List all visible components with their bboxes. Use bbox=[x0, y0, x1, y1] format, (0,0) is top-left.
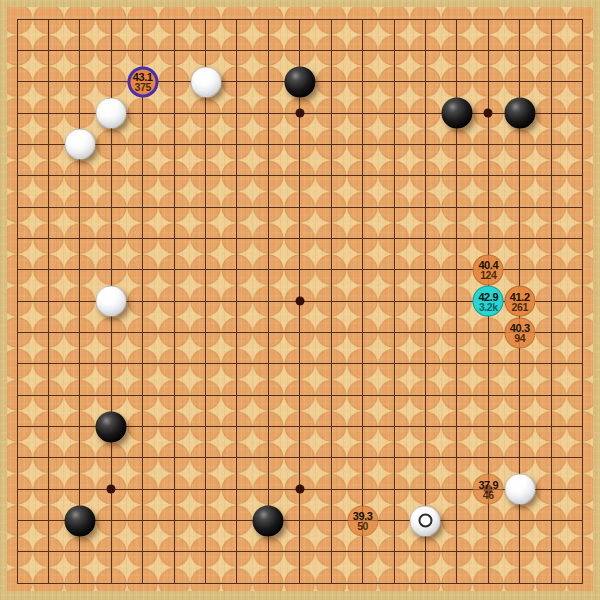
stone-black-J3 bbox=[253, 505, 284, 536]
grid-line-vertical bbox=[425, 19, 426, 583]
candidate-move-Q11[interactable]: 40.4124 bbox=[473, 254, 504, 285]
candidate-move-R10[interactable]: 41.2261 bbox=[504, 286, 535, 317]
candidate-move-stats: 39.350 bbox=[347, 505, 378, 536]
grid-line-horizontal bbox=[17, 395, 583, 396]
grid-line-horizontal bbox=[17, 457, 583, 458]
grid-line-horizontal bbox=[17, 520, 583, 521]
visits-value: 46 bbox=[483, 489, 494, 499]
candidate-move-M3[interactable]: 39.350 bbox=[347, 505, 378, 536]
grid-line-vertical bbox=[551, 19, 552, 583]
grid-line-horizontal bbox=[17, 583, 583, 584]
stone-white-G17 bbox=[190, 66, 221, 97]
go-board[interactable]: 43.137540.412442.93.2k41.226140.39439.35… bbox=[0, 0, 600, 600]
visits-value: 375 bbox=[135, 82, 151, 92]
grid-line-vertical bbox=[362, 19, 363, 583]
stone-white-D16 bbox=[96, 98, 127, 129]
visits-value: 94 bbox=[514, 333, 525, 343]
winrate-value: 40.4 bbox=[478, 260, 498, 270]
candidate-move-R9[interactable]: 40.394 bbox=[504, 317, 535, 348]
winrate-value: 41.2 bbox=[510, 291, 530, 301]
candidate-move-Q10[interactable]: 42.93.2k bbox=[473, 286, 504, 317]
candidate-move-stats: 42.93.2k bbox=[473, 286, 504, 317]
star-point bbox=[107, 485, 116, 494]
star-point bbox=[484, 109, 493, 118]
stone-black-R16 bbox=[504, 98, 535, 129]
stone-black-C3 bbox=[64, 505, 95, 536]
visits-value: 50 bbox=[357, 521, 368, 531]
grid-line-horizontal bbox=[17, 332, 583, 333]
candidate-move-stats: 43.1375 bbox=[127, 66, 158, 97]
winrate-value: 43.1 bbox=[133, 72, 153, 82]
winrate-value: 42.9 bbox=[478, 291, 498, 301]
grid-line-vertical bbox=[331, 19, 332, 583]
star-point bbox=[295, 109, 304, 118]
winrate-value: 39.3 bbox=[353, 511, 373, 521]
stone-black-P16 bbox=[441, 98, 472, 129]
stone-white-O3 bbox=[410, 505, 441, 536]
star-point bbox=[295, 485, 304, 494]
grid-line-vertical bbox=[394, 19, 395, 583]
stone-white-R4 bbox=[504, 474, 535, 505]
winrate-value: 37.9 bbox=[478, 479, 498, 489]
candidate-move-Q4[interactable]: 37.946 bbox=[473, 474, 504, 505]
grid-line-horizontal bbox=[17, 363, 583, 364]
candidate-move-E17[interactable]: 43.1375 bbox=[127, 66, 158, 97]
stone-white-D10 bbox=[96, 286, 127, 317]
candidate-move-stats: 40.4124 bbox=[473, 254, 504, 285]
visits-value: 3.2k bbox=[479, 301, 498, 311]
candidate-move-stats: 37.946 bbox=[473, 474, 504, 505]
visits-value: 261 bbox=[512, 301, 528, 311]
winrate-value: 40.3 bbox=[510, 323, 530, 333]
last-move-marker bbox=[418, 514, 432, 528]
stone-white-C15 bbox=[64, 129, 95, 160]
stone-black-K17 bbox=[284, 66, 315, 97]
stone-black-D6 bbox=[96, 411, 127, 442]
visits-value: 124 bbox=[480, 270, 496, 280]
grid-line-horizontal bbox=[17, 551, 583, 552]
candidate-move-stats: 40.394 bbox=[504, 317, 535, 348]
candidate-move-stats: 41.2261 bbox=[504, 286, 535, 317]
grid-line-vertical bbox=[582, 19, 583, 583]
star-point bbox=[295, 297, 304, 306]
